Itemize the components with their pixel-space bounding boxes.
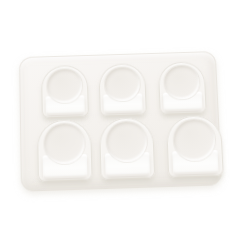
mold-cavity-row2-col3 bbox=[166, 115, 224, 178]
silicone-mold-tray bbox=[19, 51, 222, 192]
mold-cavity-row1-col2 bbox=[98, 63, 146, 117]
mold-cavity-row1-col3 bbox=[158, 61, 207, 115]
mold-cavity-row2-col1 bbox=[37, 119, 93, 182]
mold-cavity-row1-col1 bbox=[41, 65, 89, 119]
product-photo bbox=[0, 0, 250, 250]
mold-cavity-row2-col2 bbox=[99, 117, 155, 180]
